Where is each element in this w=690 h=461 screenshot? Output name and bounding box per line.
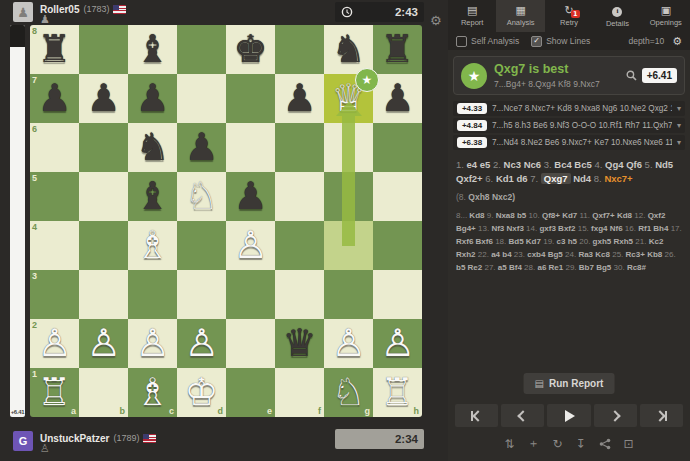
- piece-white-pawn-c2[interactable]: ♙: [128, 319, 177, 368]
- move-number: 6.: [485, 173, 493, 184]
- reset-icon[interactable]: ↻: [552, 437, 562, 451]
- move[interactable]: Kd1 d6: [496, 173, 528, 184]
- square-f5[interactable]: [275, 172, 324, 221]
- move-number: 16.: [625, 224, 636, 233]
- piece-black-pawn-e5[interactable]: ♟: [226, 172, 275, 221]
- square-a2[interactable]: 2♙: [30, 319, 79, 368]
- engine-line-1-eval: +4.33: [457, 103, 487, 114]
- move-number: 21.: [635, 237, 646, 246]
- move[interactable]: gxh5 Rxh5: [593, 237, 633, 246]
- piece-black-pawn-a7[interactable]: ♟: [30, 74, 79, 123]
- piece-white-knight-d5[interactable]: ♘: [177, 172, 226, 221]
- engine-line-1[interactable]: +4.33 7...Nce7 8.Nxc7+ Kd8 9.Nxa8 Ng6 10…: [453, 101, 685, 116]
- analysis-panel: ▤ Report ▦ Analysis ↻1 Retry i Details ▣…: [448, 0, 690, 461]
- square-d1[interactable]: d♔: [177, 368, 226, 417]
- move-number: 1.: [456, 159, 464, 170]
- piece-black-bishop-c8[interactable]: ♝: [128, 25, 177, 74]
- square-h2[interactable]: ♙: [373, 319, 422, 368]
- square-a3[interactable]: 3: [30, 270, 79, 319]
- move[interactable]: Qxh8 Nxc2): [468, 192, 515, 202]
- rank-label: 5: [32, 173, 37, 183]
- square-d2[interactable]: ♙: [177, 319, 226, 368]
- download-icon[interactable]: ↧: [576, 437, 586, 451]
- move-navigation: [455, 404, 683, 427]
- engine-line-1-moves: 7...Nce7 8.Nxc7+ Kd8 9.Nxa8 Ng6 10.Ne2 Q…: [492, 104, 672, 113]
- engine-line-2-eval: +4.84: [457, 120, 487, 131]
- square-e8[interactable]: ♚: [226, 25, 275, 74]
- move[interactable]: Qf8+ Kd7: [542, 211, 577, 220]
- best-move-star-icon: ★: [461, 63, 487, 89]
- piece-white-pawn-b2[interactable]: ♙: [79, 319, 128, 368]
- square-a4[interactable]: 4: [30, 221, 79, 270]
- square-h5[interactable]: [373, 172, 422, 221]
- move[interactable]: Nd4: [573, 173, 591, 184]
- engine-line-2-moves: 7...h5 8.h3 Be6 9.Nf3 O-O-O 10.Rf1 Rh7 1…: [492, 121, 672, 130]
- bottom-player-line: UnstuckPatzer (1789): [40, 432, 156, 444]
- square-c2[interactable]: ♙: [128, 319, 177, 368]
- bottom-player-avatar[interactable]: G: [13, 431, 33, 451]
- piece-black-rook-a8[interactable]: ♜: [30, 25, 79, 74]
- square-b6[interactable]: [79, 123, 128, 172]
- square-g2[interactable]: ♙: [324, 319, 373, 368]
- piece-white-queen-g7[interactable]: ♕: [324, 74, 373, 123]
- move-number: 29.: [565, 263, 576, 272]
- piece-black-king-e8[interactable]: ♚: [226, 25, 275, 74]
- move[interactable]: Kd8: [469, 211, 484, 220]
- move-number: 30.: [614, 263, 625, 272]
- square-e4[interactable]: ♙: [226, 221, 275, 270]
- square-g7[interactable]: ♕: [324, 74, 373, 123]
- board[interactable]: 8♜♝♚♞♜7♟♟♟♟♕♟6♞♟5♝♘♟4♗♙32♙♙♙♙♛♙♙1a♖bc♗d♔…: [30, 25, 422, 417]
- bottom-player-clock: 2:34: [335, 429, 424, 449]
- square-b3[interactable]: [79, 270, 128, 319]
- move-number: 25.: [612, 250, 623, 259]
- best-move-title: Qxg7 is best: [494, 62, 600, 76]
- move-number: 9.: [487, 211, 494, 220]
- square-h3[interactable]: [373, 270, 422, 319]
- square-d4[interactable]: [177, 221, 226, 270]
- best-move-box: ★ Qxg7 is best 7...Bg4+ 8.Qxg4 Kf8 9.Nxc…: [453, 56, 685, 95]
- go-to-start-button[interactable]: [455, 404, 498, 427]
- best-move-line: 7...Bg4+ 8.Qxg4 Kf8 9.Nxc7: [494, 79, 600, 89]
- move[interactable]: Bb7 Bg5: [579, 263, 611, 272]
- square-c6[interactable]: ♞: [128, 123, 177, 172]
- retry-badge: 1: [571, 10, 580, 18]
- piece-black-knight-c6[interactable]: ♞: [128, 123, 177, 172]
- move-number: 11.: [579, 211, 590, 220]
- square-g6[interactable]: [324, 123, 373, 172]
- square-b1[interactable]: b: [79, 368, 128, 417]
- square-g1[interactable]: g♘: [324, 368, 373, 417]
- top-clock-time: 2:43: [395, 6, 424, 18]
- piece-white-bishop-c1[interactable]: ♗: [128, 368, 177, 417]
- file-label: b: [120, 406, 126, 416]
- move[interactable]: Bc4 Bc5: [554, 159, 592, 170]
- piece-black-bishop-c5[interactable]: ♝: [128, 172, 177, 221]
- move-number: 4.: [594, 159, 602, 170]
- move-number: 12.: [634, 211, 645, 220]
- move[interactable]: Rf1 Bh4: [638, 224, 668, 233]
- move-number: (8.: [456, 192, 466, 202]
- piece-black-knight-g8[interactable]: ♞: [324, 25, 373, 74]
- piece-white-pawn-e4[interactable]: ♙: [226, 221, 275, 270]
- bottom-clock-time: 2:34: [395, 433, 424, 445]
- tab-report[interactable]: ▤ Report: [448, 0, 496, 32]
- move[interactable]: Nc3 Nc6: [504, 159, 542, 170]
- square-b8[interactable]: [79, 25, 128, 74]
- engine-line-2[interactable]: +4.84 7...h5 8.h3 Be6 9.Nf3 O-O-O 10.Rf1…: [453, 118, 685, 133]
- move-number: 10.: [529, 211, 540, 220]
- add-icon[interactable]: ＋: [527, 435, 539, 452]
- move-number: 18.: [495, 237, 506, 246]
- square-g5[interactable]: [324, 172, 373, 221]
- variation-line[interactable]: 8... Kd8 9. Nxa8 b5 10. Qf8+ Kd7 11. Qxf…: [456, 210, 682, 274]
- flip-board-icon[interactable]: ⇅: [504, 437, 514, 451]
- piece-white-knight-g1[interactable]: ♘: [324, 368, 373, 417]
- square-g3[interactable]: [324, 270, 373, 319]
- options-row: Self Analysis ✓ Show Lines depth=10 ⚙: [448, 32, 690, 50]
- move[interactable]: fxg4 Nf6: [591, 224, 623, 233]
- move[interactable]: Rc3+ Kb8: [626, 250, 663, 259]
- square-e5[interactable]: ♟: [226, 172, 275, 221]
- square-a8[interactable]: 8♜: [30, 25, 79, 74]
- move-list[interactable]: 1. e4 e5 2. Nc3 Nc6 3. Bc4 Bc5 4. Qg4 Qf…: [456, 158, 682, 187]
- square-a5[interactable]: 5: [30, 172, 79, 221]
- bottom-captured-pieces: ♙: [40, 443, 50, 454]
- move[interactable]: c3 h5: [557, 237, 577, 246]
- move-number: 23.: [514, 250, 525, 259]
- show-lines-checkbox[interactable]: ✓: [531, 36, 542, 47]
- move-number: 3.: [544, 159, 552, 170]
- move-number: 17.: [671, 224, 682, 233]
- engine-line-3[interactable]: +6.38 7...Nd4 8.Ne2 Be6 9.Nxc7+ Ke7 10.N…: [453, 135, 685, 150]
- retry-icon: ↻1: [564, 5, 573, 16]
- move-number: 22.: [478, 250, 489, 259]
- best-move-eval: +6.41: [642, 68, 677, 83]
- move-number: 2.: [493, 159, 501, 170]
- square-e7[interactable]: [226, 74, 275, 123]
- square-h4[interactable]: [373, 221, 422, 270]
- piece-black-pawn-h7[interactable]: ♟: [373, 74, 422, 123]
- square-e3[interactable]: [226, 270, 275, 319]
- move[interactable]: Ra3 Kc8: [578, 250, 610, 259]
- square-d3[interactable]: [177, 270, 226, 319]
- report-icon: ▤: [467, 5, 477, 16]
- self-analysis-checkbox[interactable]: [456, 36, 467, 47]
- tab-openings[interactable]: ▣ Openings: [642, 0, 690, 32]
- board-tools: ⇅ ＋ ↻ ↧ ⊡: [448, 435, 690, 452]
- square-b5[interactable]: [79, 172, 128, 221]
- move[interactable]: Nxc7+: [604, 173, 632, 184]
- move-number: 27.: [484, 263, 495, 272]
- square-c1[interactable]: c♗: [128, 368, 177, 417]
- run-report-button[interactable]: ▤ Run Report: [524, 373, 615, 394]
- square-a6[interactable]: 6: [30, 123, 79, 172]
- square-d8[interactable]: [177, 25, 226, 74]
- show-lines-label: Show Lines: [546, 36, 590, 46]
- piece-white-pawn-h2[interactable]: ♙: [373, 319, 422, 368]
- move-number: 19.: [543, 237, 554, 246]
- rank-label: 4: [32, 222, 37, 232]
- square-f6[interactable]: [275, 123, 324, 172]
- square-f3[interactable]: [275, 270, 324, 319]
- go-to-end-button[interactable]: [640, 404, 683, 427]
- square-d6[interactable]: ♟: [177, 123, 226, 172]
- square-f4[interactable]: [275, 221, 324, 270]
- save-icon[interactable]: ⊡: [624, 437, 634, 451]
- square-a1[interactable]: 1a♖: [30, 368, 79, 417]
- move-number: 26.: [664, 250, 675, 259]
- us-flag-icon: [113, 5, 126, 14]
- alternative-line[interactable]: (8. Qxh8 Nxc2): [456, 192, 682, 204]
- square-c4[interactable]: ♗: [128, 221, 177, 270]
- square-f8[interactable]: [275, 25, 324, 74]
- piece-black-queen-f2[interactable]: ♛: [275, 319, 324, 368]
- panel-tab-bar: ▤ Report ▦ Analysis ↻1 Retry i Details ▣…: [448, 0, 690, 32]
- top-player-avatar[interactable]: ♟: [13, 2, 33, 22]
- square-a7[interactable]: 7♟: [30, 74, 79, 123]
- move-number: 13.: [478, 224, 489, 233]
- bottom-player-rating: (1789): [113, 433, 139, 443]
- play-icon: [565, 410, 575, 422]
- square-h8[interactable]: ♜: [373, 25, 422, 74]
- square-d7[interactable]: [177, 74, 226, 123]
- move-number: 28.: [524, 263, 535, 272]
- rank-label: 3: [32, 271, 37, 281]
- self-analysis-label: Self Analysis: [471, 36, 519, 46]
- move-number: 5.: [645, 159, 653, 170]
- move[interactable]: Qxf7+ Kd8: [592, 211, 632, 220]
- play-button[interactable]: [547, 404, 590, 427]
- square-f7[interactable]: ♟: [275, 74, 324, 123]
- evaluation-bar: +6.41: [10, 25, 25, 417]
- engine-settings-gear-icon[interactable]: ⚙: [672, 35, 682, 48]
- piece-white-king-d1[interactable]: ♔: [177, 368, 226, 417]
- square-e6[interactable]: [226, 123, 275, 172]
- top-player-rating: (1783): [83, 4, 109, 14]
- evaluation-bar-black: [10, 25, 25, 47]
- piece-white-rook-a1[interactable]: ♖: [30, 368, 79, 417]
- move[interactable]: Nf3 Nxf3: [491, 224, 523, 233]
- bottom-player-name[interactable]: UnstuckPatzer: [40, 433, 109, 444]
- move[interactable]: a5 Bf4: [498, 263, 522, 272]
- move-number: 15.: [578, 224, 589, 233]
- piece-black-pawn-f7[interactable]: ♟: [275, 74, 324, 123]
- square-c8[interactable]: ♝: [128, 25, 177, 74]
- move[interactable]: Nxa8 b5: [496, 211, 527, 220]
- square-b4[interactable]: [79, 221, 128, 270]
- move[interactable]: Rxf6 Bxf6: [456, 237, 493, 246]
- piece-black-pawn-c7[interactable]: ♟: [128, 74, 177, 123]
- move-number: 20.: [579, 237, 590, 246]
- chevron-down-icon[interactable]: ▾: [677, 121, 681, 130]
- analysis-icon: ▦: [515, 5, 525, 16]
- square-f1[interactable]: f: [275, 368, 324, 417]
- move[interactable]: Qxg7: [541, 173, 571, 184]
- forward-button[interactable]: [594, 404, 637, 427]
- square-c5[interactable]: ♝: [128, 172, 177, 221]
- evaluation-value: +6.41: [10, 409, 25, 415]
- piece-white-pawn-a2[interactable]: ♙: [30, 319, 79, 368]
- engine-line-3-eval: +6.38: [457, 137, 487, 148]
- chevron-down-icon[interactable]: ▾: [677, 138, 681, 147]
- move-number: 24.: [565, 250, 576, 259]
- square-e2[interactable]: [226, 319, 275, 368]
- engine-line-3-moves: 7...Nd4 8.Ne2 Be6 9.Nxc7+ Ke7 10.Nxe6 Nx…: [492, 138, 672, 147]
- us-flag-icon: [143, 434, 156, 443]
- tab-retry[interactable]: ↻1 Retry: [545, 0, 593, 32]
- move[interactable]: cxb4 Bg5: [527, 250, 563, 259]
- details-info-icon: i: [612, 4, 622, 17]
- piece-black-pawn-b7[interactable]: ♟: [79, 74, 128, 123]
- depth-label: depth=10: [628, 36, 664, 46]
- piece-white-pawn-d2[interactable]: ♙: [177, 319, 226, 368]
- tab-analysis[interactable]: ▦ Analysis: [496, 0, 544, 32]
- piece-black-pawn-d6[interactable]: ♟: [177, 123, 226, 172]
- share-icon[interactable]: [599, 438, 611, 450]
- clock-icon: [341, 6, 353, 18]
- file-label: f: [318, 406, 321, 416]
- openings-icon: ▣: [661, 5, 671, 16]
- file-label: e: [267, 406, 272, 416]
- move[interactable]: Rc8#: [627, 263, 646, 272]
- move[interactable]: gxf3 Bxf2: [539, 224, 575, 233]
- piece-white-pawn-g2[interactable]: ♙: [324, 319, 373, 368]
- chevron-down-icon[interactable]: ▾: [677, 104, 681, 113]
- move[interactable]: a6 Re1: [537, 263, 563, 272]
- rank-label: 6: [32, 124, 37, 134]
- move[interactable]: Qg4 Qf6: [605, 159, 642, 170]
- top-captured-pieces: ♟: [40, 14, 50, 25]
- piece-white-rook-h1[interactable]: ♖: [373, 368, 422, 417]
- square-e1[interactable]: e: [226, 368, 275, 417]
- move[interactable]: e4 e5: [467, 159, 491, 170]
- square-h7[interactable]: ♟: [373, 74, 422, 123]
- square-b2[interactable]: ♙: [79, 319, 128, 368]
- square-d5[interactable]: ♘: [177, 172, 226, 221]
- move-number: 7.: [530, 173, 538, 184]
- square-g4[interactable]: [324, 221, 373, 270]
- move-number: 8...: [456, 211, 467, 220]
- piece-white-bishop-c4[interactable]: ♗: [128, 221, 177, 270]
- move[interactable]: b5 Re2: [456, 263, 482, 272]
- move-number: 14.: [526, 224, 537, 233]
- square-h6[interactable]: [373, 123, 422, 172]
- square-c7[interactable]: ♟: [128, 74, 177, 123]
- report-doc-icon: ▤: [535, 378, 544, 389]
- move-number: 8.: [594, 173, 602, 184]
- piece-black-rook-h8[interactable]: ♜: [373, 25, 422, 74]
- top-player-clock: 2:43: [335, 2, 424, 22]
- board-settings-gear-icon[interactable]: ⚙: [430, 13, 442, 28]
- back-button[interactable]: [501, 404, 544, 427]
- move[interactable]: a4 b4: [491, 250, 511, 259]
- square-h1[interactable]: h♖: [373, 368, 422, 417]
- magnifier-icon[interactable]: [626, 70, 637, 81]
- move[interactable]: Bd5 Kd7: [509, 237, 541, 246]
- square-g8[interactable]: ♞: [324, 25, 373, 74]
- tab-details[interactable]: i Details: [593, 0, 641, 32]
- square-f2[interactable]: ♛: [275, 319, 324, 368]
- square-b7[interactable]: ♟: [79, 74, 128, 123]
- square-c3[interactable]: [128, 270, 177, 319]
- top-player-line: Roller05 (1783): [40, 3, 126, 15]
